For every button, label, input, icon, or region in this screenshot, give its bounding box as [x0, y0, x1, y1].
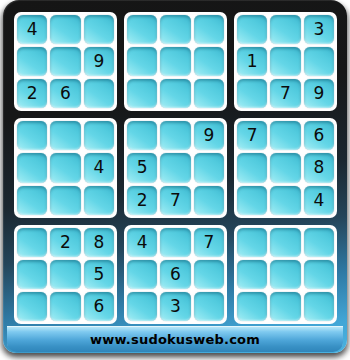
- cell-r4c1[interactable]: [17, 121, 47, 150]
- cell-r6c4[interactable]: 2: [127, 186, 157, 215]
- box-1-1: 4926: [14, 12, 117, 111]
- cell-r5c1[interactable]: [17, 153, 47, 182]
- cell-r3c3[interactable]: [84, 79, 114, 108]
- cell-r8c1[interactable]: [17, 260, 47, 289]
- cell-r4c6[interactable]: 9: [194, 121, 224, 150]
- cell-r6c7[interactable]: [237, 186, 267, 215]
- cell-r3c6[interactable]: [194, 79, 224, 108]
- cell-r1c3[interactable]: [84, 15, 114, 44]
- cell-r3c2[interactable]: 6: [50, 79, 80, 108]
- cell-r6c3[interactable]: [84, 186, 114, 215]
- box-2-2: 9527: [124, 118, 227, 217]
- cell-r5c9[interactable]: 8: [304, 153, 334, 182]
- box-3-2: 4763: [124, 225, 227, 324]
- cell-r5c7[interactable]: [237, 153, 267, 182]
- cell-r4c4[interactable]: [127, 121, 157, 150]
- cell-r1c8[interactable]: [270, 15, 300, 44]
- box-2-1: 4: [14, 118, 117, 217]
- cell-r2c4[interactable]: [127, 47, 157, 76]
- cell-r2c9[interactable]: [304, 47, 334, 76]
- cell-r5c5[interactable]: [160, 153, 190, 182]
- cell-r2c2[interactable]: [50, 47, 80, 76]
- cell-r7c8[interactable]: [270, 228, 300, 257]
- cell-r8c6[interactable]: [194, 260, 224, 289]
- cell-r7c6[interactable]: 7: [194, 228, 224, 257]
- cell-r9c2[interactable]: [50, 292, 80, 321]
- cell-r1c6[interactable]: [194, 15, 224, 44]
- cell-r4c8[interactable]: [270, 121, 300, 150]
- cell-r3c9[interactable]: 9: [304, 79, 334, 108]
- cell-r1c1[interactable]: 4: [17, 15, 47, 44]
- cell-r6c5[interactable]: 7: [160, 186, 190, 215]
- cell-r3c1[interactable]: 2: [17, 79, 47, 108]
- cell-r1c5[interactable]: [160, 15, 190, 44]
- cell-r6c1[interactable]: [17, 186, 47, 215]
- cell-r4c2[interactable]: [50, 121, 80, 150]
- cell-r1c2[interactable]: [50, 15, 80, 44]
- cell-r9c3[interactable]: 6: [84, 292, 114, 321]
- cell-r8c3[interactable]: 5: [84, 260, 114, 289]
- box-1-2: [124, 12, 227, 111]
- cell-r4c5[interactable]: [160, 121, 190, 150]
- cell-r8c5[interactable]: 6: [160, 260, 190, 289]
- cell-r5c3[interactable]: 4: [84, 153, 114, 182]
- cell-r8c8[interactable]: [270, 260, 300, 289]
- cell-r5c2[interactable]: [50, 153, 80, 182]
- cell-r5c8[interactable]: [270, 153, 300, 182]
- cell-r4c3[interactable]: [84, 121, 114, 150]
- cell-r7c2[interactable]: 2: [50, 228, 80, 257]
- cell-r6c6[interactable]: [194, 186, 224, 215]
- box-1-3: 3179: [234, 12, 337, 111]
- footer-bar: www.sudokusweb.com: [7, 326, 343, 352]
- box-3-1: 2856: [14, 225, 117, 324]
- cell-r9c7[interactable]: [237, 292, 267, 321]
- cell-r9c6[interactable]: [194, 292, 224, 321]
- cell-r2c5[interactable]: [160, 47, 190, 76]
- box-2-3: 7684: [234, 118, 337, 217]
- page-background: 4926317949527768428564763 www.sudokusweb…: [0, 0, 350, 360]
- cell-r6c2[interactable]: [50, 186, 80, 215]
- cell-r9c5[interactable]: 3: [160, 292, 190, 321]
- cell-r1c7[interactable]: [237, 15, 267, 44]
- cell-r7c4[interactable]: 4: [127, 228, 157, 257]
- box-3-3: [234, 225, 337, 324]
- sudoku-board: 4926317949527768428564763 www.sudokusweb…: [3, 0, 347, 353]
- cell-r8c2[interactable]: [50, 260, 80, 289]
- cell-r2c6[interactable]: [194, 47, 224, 76]
- cell-r7c7[interactable]: [237, 228, 267, 257]
- cell-r9c8[interactable]: [270, 292, 300, 321]
- cell-r7c1[interactable]: [17, 228, 47, 257]
- cell-r7c3[interactable]: 8: [84, 228, 114, 257]
- site-link[interactable]: www.sudokusweb.com: [90, 332, 260, 347]
- cell-r3c5[interactable]: [160, 79, 190, 108]
- cell-r8c9[interactable]: [304, 260, 334, 289]
- cell-r6c8[interactable]: [270, 186, 300, 215]
- cell-r1c4[interactable]: [127, 15, 157, 44]
- cell-r1c9[interactable]: 3: [304, 15, 334, 44]
- cell-r8c4[interactable]: [127, 260, 157, 289]
- cell-r2c7[interactable]: 1: [237, 47, 267, 76]
- cell-r2c3[interactable]: 9: [84, 47, 114, 76]
- cell-r5c4[interactable]: 5: [127, 153, 157, 182]
- cell-r4c9[interactable]: 6: [304, 121, 334, 150]
- cell-r9c1[interactable]: [17, 292, 47, 321]
- cell-r6c9[interactable]: 4: [304, 186, 334, 215]
- cell-r9c4[interactable]: [127, 292, 157, 321]
- cell-r2c8[interactable]: [270, 47, 300, 76]
- cell-r2c1[interactable]: [17, 47, 47, 76]
- cell-r3c4[interactable]: [127, 79, 157, 108]
- cell-r8c7[interactable]: [237, 260, 267, 289]
- cell-r4c7[interactable]: 7: [237, 121, 267, 150]
- sudoku-grid: 4926317949527768428564763: [14, 12, 337, 324]
- cell-r7c9[interactable]: [304, 228, 334, 257]
- cell-r3c7[interactable]: [237, 79, 267, 108]
- cell-r5c6[interactable]: [194, 153, 224, 182]
- cell-r7c5[interactable]: [160, 228, 190, 257]
- cell-r3c8[interactable]: 7: [270, 79, 300, 108]
- cell-r9c9[interactable]: [304, 292, 334, 321]
